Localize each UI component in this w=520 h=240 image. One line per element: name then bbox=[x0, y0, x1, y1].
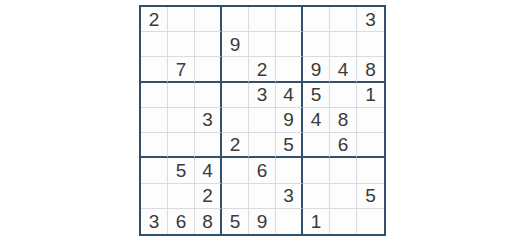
sudoku-screenshot: 2397294834513948256546235368591 bbox=[0, 0, 520, 240]
cell-r1c4[interactable] bbox=[222, 7, 249, 32]
cell-r2c2[interactable] bbox=[168, 32, 195, 57]
cell-r5c6[interactable]: 9 bbox=[276, 108, 303, 133]
cell-r5c2[interactable] bbox=[168, 108, 195, 133]
cell-r9c3[interactable]: 8 bbox=[195, 209, 222, 234]
cell-r1c9[interactable]: 3 bbox=[357, 7, 384, 32]
cell-r7c4[interactable] bbox=[222, 158, 249, 183]
cell-r6c9[interactable] bbox=[357, 133, 384, 158]
cell-r8c7[interactable] bbox=[303, 184, 330, 209]
cell-r6c4[interactable]: 2 bbox=[222, 133, 249, 158]
cell-r9c8[interactable] bbox=[330, 209, 357, 234]
cell-r8c4[interactable] bbox=[222, 184, 249, 209]
cell-r6c7[interactable] bbox=[303, 133, 330, 158]
cell-r2c6[interactable] bbox=[276, 32, 303, 57]
cell-r2c4[interactable]: 9 bbox=[222, 32, 249, 57]
cell-r4c5[interactable]: 3 bbox=[249, 83, 276, 108]
cell-r4c2[interactable] bbox=[168, 83, 195, 108]
cell-r4c1[interactable] bbox=[141, 83, 168, 108]
cell-r7c7[interactable] bbox=[303, 158, 330, 183]
cell-r7c6[interactable] bbox=[276, 158, 303, 183]
cell-r5c1[interactable] bbox=[141, 108, 168, 133]
cell-r4c4[interactable] bbox=[222, 83, 249, 108]
cell-r8c9[interactable]: 5 bbox=[357, 184, 384, 209]
cell-r7c8[interactable] bbox=[330, 158, 357, 183]
cell-r4c9[interactable]: 1 bbox=[357, 83, 384, 108]
cell-r1c5[interactable] bbox=[249, 7, 276, 32]
cell-r1c1[interactable]: 2 bbox=[141, 7, 168, 32]
cell-r9c5[interactable]: 9 bbox=[249, 209, 276, 234]
cell-r8c1[interactable] bbox=[141, 184, 168, 209]
cell-r6c5[interactable] bbox=[249, 133, 276, 158]
cell-r9c6[interactable] bbox=[276, 209, 303, 234]
cell-r2c8[interactable] bbox=[330, 32, 357, 57]
cell-r5c3[interactable]: 3 bbox=[195, 108, 222, 133]
cell-r9c2[interactable]: 6 bbox=[168, 209, 195, 234]
cell-r9c9[interactable] bbox=[357, 209, 384, 234]
cell-r3c9[interactable]: 8 bbox=[357, 57, 384, 82]
cell-r5c7[interactable]: 4 bbox=[303, 108, 330, 133]
cell-r5c9[interactable] bbox=[357, 108, 384, 133]
cell-r2c3[interactable] bbox=[195, 32, 222, 57]
sudoku-board: 2397294834513948256546235368591 bbox=[139, 5, 386, 236]
cell-r4c8[interactable] bbox=[330, 83, 357, 108]
cell-r8c6[interactable]: 3 bbox=[276, 184, 303, 209]
cell-r1c6[interactable] bbox=[276, 7, 303, 32]
cell-r8c8[interactable] bbox=[330, 184, 357, 209]
cell-r4c7[interactable]: 5 bbox=[303, 83, 330, 108]
cell-r7c5[interactable]: 6 bbox=[249, 158, 276, 183]
cell-r3c4[interactable] bbox=[222, 57, 249, 82]
cell-r8c5[interactable] bbox=[249, 184, 276, 209]
cell-r6c8[interactable]: 6 bbox=[330, 133, 357, 158]
cell-r3c6[interactable] bbox=[276, 57, 303, 82]
cell-r7c3[interactable]: 4 bbox=[195, 158, 222, 183]
cell-r8c2[interactable] bbox=[168, 184, 195, 209]
cell-r4c6[interactable]: 4 bbox=[276, 83, 303, 108]
cell-r9c7[interactable]: 1 bbox=[303, 209, 330, 234]
cell-r3c7[interactable]: 9 bbox=[303, 57, 330, 82]
cell-r6c6[interactable]: 5 bbox=[276, 133, 303, 158]
cell-r1c3[interactable] bbox=[195, 7, 222, 32]
cell-r3c5[interactable]: 2 bbox=[249, 57, 276, 82]
cell-r2c5[interactable] bbox=[249, 32, 276, 57]
cell-r5c4[interactable] bbox=[222, 108, 249, 133]
cell-r3c8[interactable]: 4 bbox=[330, 57, 357, 82]
cell-r8c3[interactable]: 2 bbox=[195, 184, 222, 209]
cell-r2c7[interactable] bbox=[303, 32, 330, 57]
cell-r6c1[interactable] bbox=[141, 133, 168, 158]
cell-r9c4[interactable]: 5 bbox=[222, 209, 249, 234]
cell-r7c2[interactable]: 5 bbox=[168, 158, 195, 183]
cell-r6c3[interactable] bbox=[195, 133, 222, 158]
cell-r7c9[interactable] bbox=[357, 158, 384, 183]
cell-r7c1[interactable] bbox=[141, 158, 168, 183]
cell-r1c7[interactable] bbox=[303, 7, 330, 32]
cell-r5c5[interactable] bbox=[249, 108, 276, 133]
cell-r1c8[interactable] bbox=[330, 7, 357, 32]
cell-r3c1[interactable] bbox=[141, 57, 168, 82]
cell-r4c3[interactable] bbox=[195, 83, 222, 108]
cell-r1c2[interactable] bbox=[168, 7, 195, 32]
cell-r5c8[interactable]: 8 bbox=[330, 108, 357, 133]
cell-r2c9[interactable] bbox=[357, 32, 384, 57]
cell-r2c1[interactable] bbox=[141, 32, 168, 57]
cell-r6c2[interactable] bbox=[168, 133, 195, 158]
cell-r3c2[interactable]: 7 bbox=[168, 57, 195, 82]
cell-r3c3[interactable] bbox=[195, 57, 222, 82]
cell-r9c1[interactable]: 3 bbox=[141, 209, 168, 234]
